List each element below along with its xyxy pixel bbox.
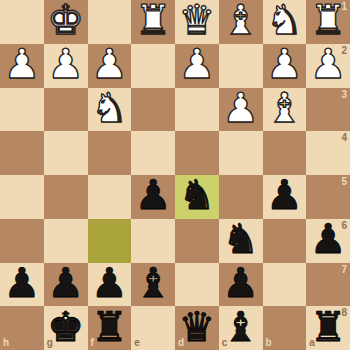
square-g5[interactable] bbox=[44, 175, 88, 219]
square-c4[interactable] bbox=[219, 131, 263, 175]
square-b1[interactable]: ♞ bbox=[263, 0, 307, 44]
black-bishop[interactable]: ♝ bbox=[135, 263, 172, 304]
black-queen[interactable]: ♛ bbox=[178, 307, 215, 348]
square-h4[interactable] bbox=[0, 131, 44, 175]
black-king[interactable]: ♚ bbox=[47, 307, 84, 348]
square-f1[interactable] bbox=[88, 0, 132, 44]
rank-label-7: 7 bbox=[341, 265, 347, 275]
square-e7[interactable]: ♝ bbox=[131, 263, 175, 307]
square-d6[interactable] bbox=[175, 219, 219, 263]
square-a8[interactable]: a8♜ bbox=[306, 306, 350, 350]
square-d5[interactable]: ♞ bbox=[175, 175, 219, 219]
square-f3[interactable]: ♞ bbox=[88, 88, 132, 132]
rank-label-4: 4 bbox=[341, 133, 347, 143]
black-rook[interactable]: ♜ bbox=[310, 307, 347, 348]
white-rook[interactable]: ♜ bbox=[135, 0, 172, 41]
white-pawn[interactable]: ♟ bbox=[266, 44, 303, 85]
square-b2[interactable]: ♟ bbox=[263, 44, 307, 88]
black-pawn[interactable]: ♟ bbox=[266, 175, 303, 216]
square-b8[interactable]: b bbox=[263, 306, 307, 350]
square-f6[interactable] bbox=[88, 219, 132, 263]
square-h6[interactable] bbox=[0, 219, 44, 263]
square-g2[interactable]: ♟ bbox=[44, 44, 88, 88]
square-e6[interactable] bbox=[131, 219, 175, 263]
chess-board: ♚♜♛♝♞1♜♟♟♟♟♟2♟♞♟♝34♟♞♟5♞6♟♟♟♟♝♟7hg♚f♜ed♛… bbox=[0, 0, 350, 350]
square-b3[interactable]: ♝ bbox=[263, 88, 307, 132]
file-label-e: e bbox=[134, 338, 140, 348]
square-b5[interactable]: ♟ bbox=[263, 175, 307, 219]
white-pawn[interactable]: ♟ bbox=[222, 88, 259, 129]
square-f2[interactable]: ♟ bbox=[88, 44, 132, 88]
square-c7[interactable]: ♟ bbox=[219, 263, 263, 307]
white-pawn[interactable]: ♟ bbox=[3, 44, 40, 85]
black-bishop[interactable]: ♝ bbox=[222, 307, 259, 348]
square-f8[interactable]: f♜ bbox=[88, 306, 132, 350]
square-c6[interactable]: ♞ bbox=[219, 219, 263, 263]
square-h1[interactable] bbox=[0, 0, 44, 44]
black-pawn[interactable]: ♟ bbox=[47, 263, 84, 304]
square-d7[interactable] bbox=[175, 263, 219, 307]
square-d1[interactable]: ♛ bbox=[175, 0, 219, 44]
black-pawn[interactable]: ♟ bbox=[91, 263, 128, 304]
square-b4[interactable] bbox=[263, 131, 307, 175]
white-bishop[interactable]: ♝ bbox=[266, 88, 303, 129]
black-pawn[interactable]: ♟ bbox=[3, 263, 40, 304]
black-rook[interactable]: ♜ bbox=[91, 307, 128, 348]
square-g4[interactable] bbox=[44, 131, 88, 175]
square-g8[interactable]: g♚ bbox=[44, 306, 88, 350]
white-knight[interactable]: ♞ bbox=[266, 0, 303, 41]
square-c8[interactable]: c♝ bbox=[219, 306, 263, 350]
square-a2[interactable]: 2♟ bbox=[306, 44, 350, 88]
square-h2[interactable]: ♟ bbox=[0, 44, 44, 88]
square-d8[interactable]: d♛ bbox=[175, 306, 219, 350]
square-a5[interactable]: 5 bbox=[306, 175, 350, 219]
square-e1[interactable]: ♜ bbox=[131, 0, 175, 44]
white-rook[interactable]: ♜ bbox=[310, 0, 347, 41]
square-d3[interactable] bbox=[175, 88, 219, 132]
square-c5[interactable] bbox=[219, 175, 263, 219]
square-a4[interactable]: 4 bbox=[306, 131, 350, 175]
square-h5[interactable] bbox=[0, 175, 44, 219]
rank-label-3: 3 bbox=[341, 90, 347, 100]
square-g1[interactable]: ♚ bbox=[44, 0, 88, 44]
black-knight[interactable]: ♞ bbox=[178, 175, 215, 216]
black-pawn[interactable]: ♟ bbox=[310, 219, 347, 260]
square-d2[interactable]: ♟ bbox=[175, 44, 219, 88]
square-e8[interactable]: e bbox=[131, 306, 175, 350]
square-e3[interactable] bbox=[131, 88, 175, 132]
black-knight[interactable]: ♞ bbox=[222, 219, 259, 260]
white-pawn[interactable]: ♟ bbox=[47, 44, 84, 85]
square-a7[interactable]: 7 bbox=[306, 263, 350, 307]
square-d4[interactable] bbox=[175, 131, 219, 175]
rank-label-5: 5 bbox=[341, 177, 347, 187]
square-a1[interactable]: 1♜ bbox=[306, 0, 350, 44]
white-knight[interactable]: ♞ bbox=[91, 88, 128, 129]
white-queen[interactable]: ♛ bbox=[178, 0, 215, 41]
square-e5[interactable]: ♟ bbox=[131, 175, 175, 219]
white-king[interactable]: ♚ bbox=[47, 0, 84, 41]
square-a3[interactable]: 3 bbox=[306, 88, 350, 132]
square-f5[interactable] bbox=[88, 175, 132, 219]
white-pawn[interactable]: ♟ bbox=[91, 44, 128, 85]
square-f4[interactable] bbox=[88, 131, 132, 175]
square-f7[interactable]: ♟ bbox=[88, 263, 132, 307]
square-b6[interactable] bbox=[263, 219, 307, 263]
square-g3[interactable] bbox=[44, 88, 88, 132]
square-b7[interactable] bbox=[263, 263, 307, 307]
black-pawn[interactable]: ♟ bbox=[222, 263, 259, 304]
square-e2[interactable] bbox=[131, 44, 175, 88]
white-pawn[interactable]: ♟ bbox=[310, 44, 347, 85]
file-label-b: b bbox=[266, 338, 272, 348]
square-g6[interactable] bbox=[44, 219, 88, 263]
square-c1[interactable]: ♝ bbox=[219, 0, 263, 44]
square-g7[interactable]: ♟ bbox=[44, 263, 88, 307]
file-label-h: h bbox=[3, 338, 9, 348]
square-c2[interactable] bbox=[219, 44, 263, 88]
black-pawn[interactable]: ♟ bbox=[135, 175, 172, 216]
square-a6[interactable]: 6♟ bbox=[306, 219, 350, 263]
square-h7[interactable]: ♟ bbox=[0, 263, 44, 307]
square-e4[interactable] bbox=[131, 131, 175, 175]
square-h8[interactable]: h bbox=[0, 306, 44, 350]
square-c3[interactable]: ♟ bbox=[219, 88, 263, 132]
white-bishop[interactable]: ♝ bbox=[222, 0, 259, 41]
white-pawn[interactable]: ♟ bbox=[178, 44, 215, 85]
square-h3[interactable] bbox=[0, 88, 44, 132]
